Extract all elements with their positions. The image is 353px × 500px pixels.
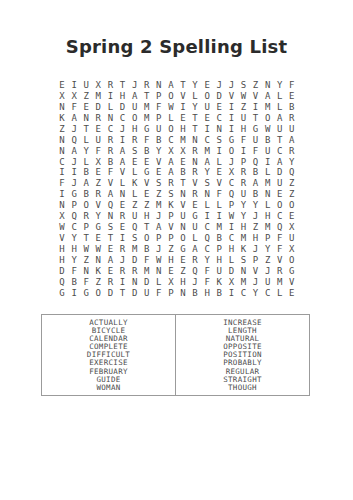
- grid-cell-r15c2: Y: [68, 233, 80, 244]
- grid-cell-r2c1: X: [56, 91, 68, 102]
- grid-cell-r3c2: F: [68, 102, 80, 113]
- grid-cell-r16c2: H: [68, 244, 80, 255]
- grid-cell-r9c6: V: [116, 168, 128, 179]
- grid-cell-r11c8: E: [141, 189, 153, 200]
- grid-cell-r7c4: F: [92, 146, 104, 157]
- grid-cell-r5c5: C: [104, 124, 116, 135]
- grid-cell-r13c17: J: [250, 211, 262, 222]
- grid-cell-r1c14: J: [213, 80, 225, 91]
- grid-cell-r13c3: R: [80, 211, 92, 222]
- grid-cell-r11c11: N: [177, 189, 189, 200]
- grid-cell-r4c16: U: [237, 113, 249, 124]
- grid-cell-r11c9: Z: [153, 189, 165, 200]
- grid-cell-r16c10: Z: [165, 244, 177, 255]
- grid-cell-r11c13: N: [201, 189, 213, 200]
- grid-cell-r16c5: E: [104, 244, 116, 255]
- grid-cell-r9c12: R: [189, 168, 201, 179]
- grid-cell-r14c16: H: [237, 222, 249, 233]
- grid-cell-r19c7: N: [129, 277, 141, 288]
- grid-cell-r11c14: F: [213, 189, 225, 200]
- grid-cell-r5c12: T: [189, 124, 201, 135]
- grid-cell-r5c3: T: [80, 124, 92, 135]
- grid-cell-r8c4: X: [92, 157, 104, 168]
- grid-cell-r1c17: Z: [250, 80, 262, 91]
- grid-cell-r1c1: E: [56, 80, 68, 91]
- grid-cell-r10c18: M: [262, 178, 274, 189]
- grid-cell-r12c9: M: [153, 200, 165, 211]
- grid-cell-r17c15: L: [225, 255, 237, 266]
- grid-cell-r1c11: T: [177, 80, 189, 91]
- grid-cell-r3c15: I: [225, 102, 237, 113]
- grid-cell-r17c5: A: [104, 255, 116, 266]
- grid-cell-r11c12: R: [189, 189, 201, 200]
- grid-cell-r7c5: R: [104, 146, 116, 157]
- grid-cell-r19c19: M: [274, 277, 286, 288]
- grid-cell-r2c13: O: [201, 91, 213, 102]
- grid-cell-r16c3: W: [80, 244, 92, 255]
- grid-cell-r16c8: B: [141, 244, 153, 255]
- grid-cell-r8c14: L: [213, 157, 225, 168]
- grid-cell-r17c1: H: [56, 255, 68, 266]
- grid-cell-r16c15: H: [225, 244, 237, 255]
- grid-cell-r15c11: O: [177, 233, 189, 244]
- grid-cell-r17c3: Z: [80, 255, 92, 266]
- grid-cell-r6c16: F: [237, 135, 249, 146]
- grid-cell-r12c11: V: [177, 200, 189, 211]
- grid-cell-r19c4: Z: [92, 277, 104, 288]
- grid-cell-r10c13: S: [201, 178, 213, 189]
- grid-cell-r2c6: H: [116, 91, 128, 102]
- grid-cell-r6c3: L: [80, 135, 92, 146]
- grid-cell-r18c14: U: [213, 266, 225, 277]
- grid-cell-r14c20: X: [286, 222, 298, 233]
- grid-cell-r17c20: O: [286, 255, 298, 266]
- grid-cell-r14c4: G: [92, 222, 104, 233]
- grid-cell-r18c4: K: [92, 266, 104, 277]
- word-search-grid: EIUXRTJRNATYEJJSZNYFXXZMIHATPOVLODVWVALE…: [56, 80, 298, 299]
- grid-cell-r14c11: N: [177, 222, 189, 233]
- grid-cell-r17c11: E: [177, 255, 189, 266]
- grid-cell-r6c10: C: [165, 135, 177, 146]
- grid-cell-r4c8: M: [141, 113, 153, 124]
- grid-cell-r20c1: G: [56, 288, 68, 299]
- grid-cell-r6c6: I: [116, 135, 128, 146]
- grid-cell-r16c17: J: [250, 244, 262, 255]
- grid-cell-r13c20: E: [286, 211, 298, 222]
- grid-cell-r20c19: L: [274, 288, 286, 299]
- grid-cell-r12c10: K: [165, 200, 177, 211]
- grid-cell-r9c1: I: [56, 168, 68, 179]
- grid-cell-r9c4: E: [92, 168, 104, 179]
- grid-cell-r2c18: A: [262, 91, 274, 102]
- grid-cell-r8c2: J: [68, 157, 80, 168]
- grid-cell-r7c18: U: [262, 146, 274, 157]
- grid-cell-r14c3: P: [80, 222, 92, 233]
- grid-cell-r7c1: N: [56, 146, 68, 157]
- grid-cell-r3c18: M: [262, 102, 274, 113]
- grid-cell-r14c5: S: [104, 222, 116, 233]
- grid-cell-r7c10: X: [165, 146, 177, 157]
- grid-cell-r19c20: V: [286, 277, 298, 288]
- grid-cell-r2c8: T: [141, 91, 153, 102]
- grid-cell-r5c19: U: [274, 124, 286, 135]
- grid-cell-r14c8: T: [141, 222, 153, 233]
- grid-cell-r15c3: T: [80, 233, 92, 244]
- grid-cell-r16c18: Y: [262, 244, 274, 255]
- grid-cell-r6c14: S: [213, 135, 225, 146]
- word-list-left: ACTUALLYBICYCLECALENDARCOMPLETEDIFFICULT…: [42, 315, 175, 395]
- grid-cell-r18c13: F: [201, 266, 213, 277]
- grid-cell-r12c17: Y: [250, 200, 262, 211]
- grid-cell-r3c19: L: [274, 102, 286, 113]
- grid-cell-r9c11: B: [177, 168, 189, 179]
- grid-cell-r18c9: N: [153, 266, 165, 277]
- grid-cell-r20c2: I: [68, 288, 80, 299]
- grid-cell-r3c12: Y: [189, 102, 201, 113]
- grid-cell-r18c16: N: [237, 266, 249, 277]
- grid-cell-r8c19: A: [274, 157, 286, 168]
- grid-cell-r6c4: U: [92, 135, 104, 146]
- grid-cell-r12c15: P: [225, 200, 237, 211]
- grid-cell-r20c16: C: [237, 288, 249, 299]
- grid-cell-r18c10: E: [165, 266, 177, 277]
- grid-cell-r17c16: S: [237, 255, 249, 266]
- grid-cell-r10c8: V: [141, 178, 153, 189]
- grid-cell-r8c10: A: [165, 157, 177, 168]
- grid-cell-r8c16: P: [237, 157, 249, 168]
- grid-cell-r14c17: Z: [250, 222, 262, 233]
- grid-cell-r3c16: Z: [237, 102, 249, 113]
- grid-cell-r14c13: C: [201, 222, 213, 233]
- grid-cell-r14c10: V: [165, 222, 177, 233]
- grid-cell-r7c13: M: [201, 146, 213, 157]
- grid-cell-r15c15: C: [225, 233, 237, 244]
- grid-cell-r16c7: M: [129, 244, 141, 255]
- grid-cell-r10c4: Z: [92, 178, 104, 189]
- grid-cell-r10c16: R: [237, 178, 249, 189]
- grid-cell-r5c11: H: [177, 124, 189, 135]
- grid-cell-r10c20: Z: [286, 178, 298, 189]
- grid-cell-r15c10: P: [165, 233, 177, 244]
- word-list-item: THOUGH: [176, 384, 309, 392]
- grid-cell-r9c2: I: [68, 168, 80, 179]
- grid-cell-r13c12: G: [189, 211, 201, 222]
- grid-cell-r1c9: N: [153, 80, 165, 91]
- grid-cell-r18c17: V: [250, 266, 262, 277]
- grid-cell-r14c7: Q: [129, 222, 141, 233]
- grid-cell-r17c9: W: [153, 255, 165, 266]
- grid-cell-r1c7: J: [129, 80, 141, 91]
- grid-cell-r4c6: C: [116, 113, 128, 124]
- grid-cell-r9c17: B: [250, 168, 262, 179]
- grid-cell-r12c18: L: [262, 200, 274, 211]
- grid-cell-r2c7: A: [129, 91, 141, 102]
- grid-cell-r6c9: B: [153, 135, 165, 146]
- grid-cell-r19c5: R: [104, 277, 116, 288]
- grid-cell-r7c17: F: [250, 146, 262, 157]
- grid-cell-r20c17: Y: [250, 288, 262, 299]
- grid-cell-r2c14: D: [213, 91, 225, 102]
- grid-cell-r19c10: X: [165, 277, 177, 288]
- grid-cell-r5c2: J: [68, 124, 80, 135]
- grid-cell-r16c9: J: [153, 244, 165, 255]
- grid-cell-r2c10: O: [165, 91, 177, 102]
- grid-cell-r12c8: Z: [141, 200, 153, 211]
- grid-cell-r8c17: Q: [250, 157, 262, 168]
- grid-cell-r17c7: D: [129, 255, 141, 266]
- grid-cell-r15c20: U: [286, 233, 298, 244]
- grid-cell-r7c11: X: [177, 146, 189, 157]
- grid-cell-r11c3: B: [80, 189, 92, 200]
- grid-cell-r1c13: E: [201, 80, 213, 91]
- grid-cell-r13c16: Y: [237, 211, 249, 222]
- grid-cell-r16c4: W: [92, 244, 104, 255]
- grid-cell-r2c11: V: [177, 91, 189, 102]
- grid-cell-r5c9: U: [153, 124, 165, 135]
- grid-cell-r7c8: B: [141, 146, 153, 157]
- grid-cell-r9c15: X: [225, 168, 237, 179]
- grid-cell-r1c4: X: [92, 80, 104, 91]
- grid-cell-r7c7: S: [129, 146, 141, 157]
- grid-cell-r3c1: N: [56, 102, 68, 113]
- grid-cell-r19c11: H: [177, 277, 189, 288]
- grid-cell-r5c4: E: [92, 124, 104, 135]
- grid-cell-r12c20: O: [286, 200, 298, 211]
- grid-cell-r15c18: P: [262, 233, 274, 244]
- grid-cell-r7c9: Y: [153, 146, 165, 157]
- grid-cell-r12c14: L: [213, 200, 225, 211]
- grid-cell-r17c14: H: [213, 255, 225, 266]
- grid-cell-r5c15: I: [225, 124, 237, 135]
- puzzle-title: Spring 2 Spelling List: [0, 36, 353, 57]
- grid-cell-r19c15: X: [225, 277, 237, 288]
- grid-cell-r19c13: F: [201, 277, 213, 288]
- grid-cell-r19c6: I: [116, 277, 128, 288]
- grid-cell-r12c7: Z: [129, 200, 141, 211]
- grid-cell-r7c16: I: [237, 146, 249, 157]
- grid-cell-r18c6: R: [116, 266, 128, 277]
- grid-cell-r13c6: R: [116, 211, 128, 222]
- grid-cell-r3c8: M: [141, 102, 153, 113]
- grid-cell-r12c4: V: [92, 200, 104, 211]
- grid-cell-r5c14: N: [213, 124, 225, 135]
- grid-cell-r13c18: H: [262, 211, 274, 222]
- grid-cell-r14c1: W: [56, 222, 68, 233]
- grid-cell-r16c14: P: [213, 244, 225, 255]
- grid-cell-r13c15: W: [225, 211, 237, 222]
- grid-cell-r18c7: R: [129, 266, 141, 277]
- grid-cell-r5c10: O: [165, 124, 177, 135]
- grid-cell-r14c9: A: [153, 222, 165, 233]
- grid-cell-r10c3: A: [80, 178, 92, 189]
- grid-cell-r17c12: R: [189, 255, 201, 266]
- grid-cell-r13c9: J: [153, 211, 165, 222]
- grid-cell-r20c3: G: [80, 288, 92, 299]
- grid-cell-r14c18: M: [262, 222, 274, 233]
- grid-cell-r10c12: V: [189, 178, 201, 189]
- grid-cell-r5c20: U: [286, 124, 298, 135]
- grid-cell-r10c17: A: [250, 178, 262, 189]
- grid-cell-r1c8: R: [141, 80, 153, 91]
- grid-cell-r13c4: Y: [92, 211, 104, 222]
- grid-cell-r7c3: Y: [80, 146, 92, 157]
- grid-cell-r20c9: F: [153, 288, 165, 299]
- grid-cell-r13c10: P: [165, 211, 177, 222]
- grid-cell-r7c19: C: [274, 146, 286, 157]
- grid-cell-r6c17: U: [250, 135, 262, 146]
- grid-cell-r8c5: B: [104, 157, 116, 168]
- grid-cell-r11c7: L: [129, 189, 141, 200]
- grid-cell-r8c18: I: [262, 157, 274, 168]
- grid-cell-r8c8: E: [141, 157, 153, 168]
- grid-cell-r3c7: U: [129, 102, 141, 113]
- grid-cell-r3c11: I: [177, 102, 189, 113]
- grid-cell-r14c6: E: [116, 222, 128, 233]
- grid-cell-r13c19: C: [274, 211, 286, 222]
- grid-cell-r12c16: Y: [237, 200, 249, 211]
- grid-cell-r20c4: O: [92, 288, 104, 299]
- grid-cell-r6c5: R: [104, 135, 116, 146]
- grid-cell-r11c6: N: [116, 189, 128, 200]
- grid-cell-r1c2: I: [68, 80, 80, 91]
- grid-cell-r15c7: S: [129, 233, 141, 244]
- grid-cell-r9c10: A: [165, 168, 177, 179]
- grid-cell-r4c9: P: [153, 113, 165, 124]
- grid-cell-r3c9: F: [153, 102, 165, 113]
- grid-cell-r20c7: D: [129, 288, 141, 299]
- grid-cell-r10c10: R: [165, 178, 177, 189]
- grid-cell-r2c12: L: [189, 91, 201, 102]
- grid-cell-r11c16: U: [237, 189, 249, 200]
- grid-cell-r18c19: R: [274, 266, 286, 277]
- grid-cell-r4c11: E: [177, 113, 189, 124]
- grid-cell-r17c13: Y: [201, 255, 213, 266]
- grid-cell-r18c3: N: [80, 266, 92, 277]
- grid-cell-r6c20: A: [286, 135, 298, 146]
- grid-cell-r19c9: L: [153, 277, 165, 288]
- grid-cell-r20c13: H: [201, 288, 213, 299]
- grid-cell-r18c8: M: [141, 266, 153, 277]
- grid-cell-r18c20: G: [286, 266, 298, 277]
- grid-cell-r4c13: E: [201, 113, 213, 124]
- grid-cell-r12c1: N: [56, 200, 68, 211]
- grid-cell-r15c5: T: [104, 233, 116, 244]
- grid-cell-r1c5: R: [104, 80, 116, 91]
- grid-cell-r20c12: B: [189, 288, 201, 299]
- grid-cell-r19c12: J: [189, 277, 201, 288]
- grid-cell-r14c14: M: [213, 222, 225, 233]
- grid-cell-r5c13: I: [201, 124, 213, 135]
- grid-cell-r6c12: N: [189, 135, 201, 146]
- word-list-box: ACTUALLYBICYCLECALENDARCOMPLETEDIFFICULT…: [41, 314, 310, 396]
- grid-cell-r10c14: V: [213, 178, 225, 189]
- grid-cell-r9c16: R: [237, 168, 249, 179]
- grid-cell-r4c20: R: [286, 113, 298, 124]
- grid-cell-r8c12: N: [189, 157, 201, 168]
- grid-cell-r11c20: Z: [286, 189, 298, 200]
- grid-cell-r13c7: U: [129, 211, 141, 222]
- grid-cell-r14c12: U: [189, 222, 201, 233]
- grid-cell-r7c12: R: [189, 146, 201, 157]
- grid-cell-r12c3: O: [80, 200, 92, 211]
- grid-cell-r14c19: Q: [274, 222, 286, 233]
- grid-cell-r2c2: X: [68, 91, 80, 102]
- grid-cell-r12c19: O: [274, 200, 286, 211]
- grid-cell-r1c18: N: [262, 80, 274, 91]
- grid-cell-r17c17: P: [250, 255, 262, 266]
- grid-cell-r5c6: J: [116, 124, 128, 135]
- grid-cell-r20c10: P: [165, 288, 177, 299]
- grid-cell-r16c12: A: [189, 244, 201, 255]
- grid-cell-r9c19: D: [274, 168, 286, 179]
- grid-cell-r15c17: H: [250, 233, 262, 244]
- grid-cell-r1c15: J: [225, 80, 237, 91]
- grid-cell-r4c1: K: [56, 113, 68, 124]
- grid-cell-r9c7: L: [129, 168, 141, 179]
- grid-cell-r9c8: G: [141, 168, 153, 179]
- grid-cell-r6c19: T: [274, 135, 286, 146]
- grid-cell-r11c10: S: [165, 189, 177, 200]
- grid-cell-r13c11: U: [177, 211, 189, 222]
- grid-cell-r18c11: Z: [177, 266, 189, 277]
- grid-cell-r2c3: Z: [80, 91, 92, 102]
- grid-cell-r2c19: L: [274, 91, 286, 102]
- grid-cell-r8c6: A: [116, 157, 128, 168]
- grid-cell-r6c18: B: [262, 135, 274, 146]
- grid-cell-r19c18: U: [262, 277, 274, 288]
- grid-cell-r8c20: Y: [286, 157, 298, 168]
- grid-cell-r8c1: C: [56, 157, 68, 168]
- grid-cell-r16c19: F: [274, 244, 286, 255]
- grid-cell-r1c10: A: [165, 80, 177, 91]
- grid-cell-r17c2: Y: [68, 255, 80, 266]
- grid-cell-r12c12: E: [189, 200, 201, 211]
- grid-cell-r16c6: R: [116, 244, 128, 255]
- grid-cell-r17c19: V: [274, 255, 286, 266]
- grid-cell-r20c18: C: [262, 288, 274, 299]
- grid-cell-r13c13: I: [201, 211, 213, 222]
- grid-cell-r7c14: I: [213, 146, 225, 157]
- grid-cell-r18c15: D: [225, 266, 237, 277]
- grid-cell-r12c6: E: [116, 200, 128, 211]
- grid-cell-r20c15: I: [225, 288, 237, 299]
- grid-cell-r18c18: J: [262, 266, 274, 277]
- grid-cell-r11c4: R: [92, 189, 104, 200]
- grid-cell-r13c8: H: [141, 211, 153, 222]
- grid-cell-r2c9: P: [153, 91, 165, 102]
- grid-cell-r16c11: G: [177, 244, 189, 255]
- grid-cell-r6c1: N: [56, 135, 68, 146]
- grid-cell-r19c1: Q: [56, 277, 68, 288]
- grid-cell-r4c5: N: [104, 113, 116, 124]
- grid-cell-r15c14: B: [213, 233, 225, 244]
- grid-cell-r3c20: B: [286, 102, 298, 113]
- grid-cell-r15c9: P: [153, 233, 165, 244]
- grid-cell-r1c6: T: [116, 80, 128, 91]
- grid-cell-r15c12: L: [189, 233, 201, 244]
- grid-cell-r9c9: E: [153, 168, 165, 179]
- grid-cell-r9c3: B: [80, 168, 92, 179]
- grid-cell-r16c16: K: [237, 244, 249, 255]
- grid-cell-r17c10: H: [165, 255, 177, 266]
- grid-cell-r4c18: O: [262, 113, 274, 124]
- grid-cell-r11c18: N: [262, 189, 274, 200]
- grid-cell-r10c7: K: [129, 178, 141, 189]
- grid-cell-r6c13: C: [201, 135, 213, 146]
- grid-cell-r4c19: A: [274, 113, 286, 124]
- grid-cell-r3c14: E: [213, 102, 225, 113]
- grid-cell-r13c14: I: [213, 211, 225, 222]
